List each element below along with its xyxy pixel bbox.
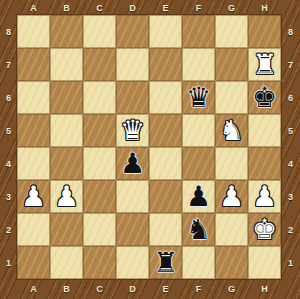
rank-label: 6 — [281, 81, 300, 114]
rank-label: 2 — [0, 213, 17, 246]
file-label: G — [215, 0, 248, 15]
square-b3[interactable]: ♟ — [50, 180, 83, 213]
rank-label: 3 — [281, 180, 300, 213]
square-h6[interactable]: ♚ — [248, 81, 281, 114]
square-c4[interactable] — [83, 147, 116, 180]
file-label: C — [83, 279, 116, 299]
square-a2[interactable] — [17, 213, 50, 246]
square-f3[interactable]: ♟ — [182, 180, 215, 213]
piece-white-queen[interactable]: ♛ — [120, 114, 145, 147]
file-label: B — [50, 0, 83, 15]
file-labels-bottom: ABCDEFGH — [17, 279, 281, 299]
square-f7[interactable] — [182, 48, 215, 81]
rank-label: 2 — [281, 213, 300, 246]
square-c6[interactable] — [83, 81, 116, 114]
square-h3[interactable]: ♟ — [248, 180, 281, 213]
rank-label: 5 — [281, 114, 300, 147]
square-g4[interactable] — [215, 147, 248, 180]
square-h7[interactable]: ♜ — [248, 48, 281, 81]
file-label: A — [17, 0, 50, 15]
square-d1[interactable] — [116, 246, 149, 279]
square-d2[interactable] — [116, 213, 149, 246]
rank-label: 6 — [0, 81, 17, 114]
square-g3[interactable]: ♟ — [215, 180, 248, 213]
square-h5[interactable] — [248, 114, 281, 147]
square-d5[interactable]: ♛ — [116, 114, 149, 147]
piece-white-pawn[interactable]: ♟ — [219, 180, 244, 213]
square-c2[interactable] — [83, 213, 116, 246]
square-d7[interactable] — [116, 48, 149, 81]
square-h8[interactable] — [248, 15, 281, 48]
piece-black-rook[interactable]: ♜ — [153, 246, 178, 279]
square-g6[interactable] — [215, 81, 248, 114]
rank-label: 5 — [0, 114, 17, 147]
square-e4[interactable] — [149, 147, 182, 180]
piece-white-rook[interactable]: ♜ — [252, 48, 277, 81]
file-label: E — [149, 279, 182, 299]
square-e1[interactable]: ♜ — [149, 246, 182, 279]
rank-labels-right: 87654321 — [281, 15, 300, 279]
square-d3[interactable] — [116, 180, 149, 213]
piece-black-knight[interactable]: ♞ — [186, 213, 211, 246]
square-c7[interactable] — [83, 48, 116, 81]
file-label: F — [182, 279, 215, 299]
square-f8[interactable] — [182, 15, 215, 48]
file-label: H — [248, 0, 281, 15]
square-g2[interactable] — [215, 213, 248, 246]
square-b4[interactable] — [50, 147, 83, 180]
rank-label: 1 — [0, 246, 17, 279]
piece-white-king[interactable]: ♚ — [252, 213, 277, 246]
file-labels-top: ABCDEFGH — [17, 0, 281, 15]
chess-board: ♜♛♚♛♞♟♟♟♟♟♟♞♚♜ — [16, 14, 282, 280]
square-f4[interactable] — [182, 147, 215, 180]
square-d6[interactable] — [116, 81, 149, 114]
square-a6[interactable] — [17, 81, 50, 114]
file-label: A — [17, 279, 50, 299]
square-e7[interactable] — [149, 48, 182, 81]
piece-white-pawn[interactable]: ♟ — [54, 180, 79, 213]
square-b5[interactable] — [50, 114, 83, 147]
square-c3[interactable] — [83, 180, 116, 213]
square-f2[interactable]: ♞ — [182, 213, 215, 246]
rank-labels-left: 87654321 — [0, 15, 17, 279]
file-label: D — [116, 0, 149, 15]
piece-black-pawn[interactable]: ♟ — [186, 180, 211, 213]
rank-label: 8 — [0, 15, 17, 48]
file-label: E — [149, 0, 182, 15]
piece-white-knight[interactable]: ♞ — [219, 114, 244, 147]
square-b8[interactable] — [50, 15, 83, 48]
square-h4[interactable] — [248, 147, 281, 180]
square-b1[interactable] — [50, 246, 83, 279]
rank-label: 3 — [0, 180, 17, 213]
rank-label: 8 — [281, 15, 300, 48]
square-a3[interactable]: ♟ — [17, 180, 50, 213]
square-e3[interactable] — [149, 180, 182, 213]
piece-white-pawn[interactable]: ♟ — [252, 180, 277, 213]
square-d4[interactable]: ♟ — [116, 147, 149, 180]
rank-label: 4 — [281, 147, 300, 180]
square-g1[interactable] — [215, 246, 248, 279]
square-b7[interactable] — [50, 48, 83, 81]
square-f1[interactable] — [182, 246, 215, 279]
piece-white-pawn[interactable]: ♟ — [21, 180, 46, 213]
square-g7[interactable] — [215, 48, 248, 81]
rank-label: 4 — [0, 147, 17, 180]
file-label: F — [182, 0, 215, 15]
file-label: C — [83, 0, 116, 15]
rank-label: 7 — [0, 48, 17, 81]
square-b2[interactable] — [50, 213, 83, 246]
square-a4[interactable] — [17, 147, 50, 180]
square-a8[interactable] — [17, 15, 50, 48]
square-f6[interactable]: ♛ — [182, 81, 215, 114]
square-a7[interactable] — [17, 48, 50, 81]
square-c5[interactable] — [83, 114, 116, 147]
square-h1[interactable] — [248, 246, 281, 279]
square-e5[interactable] — [149, 114, 182, 147]
square-e6[interactable] — [149, 81, 182, 114]
file-label: H — [248, 279, 281, 299]
square-b6[interactable] — [50, 81, 83, 114]
file-label: B — [50, 279, 83, 299]
square-e2[interactable] — [149, 213, 182, 246]
square-g5[interactable]: ♞ — [215, 114, 248, 147]
square-a1[interactable] — [17, 246, 50, 279]
file-label: D — [116, 279, 149, 299]
file-label: G — [215, 279, 248, 299]
square-a5[interactable] — [17, 114, 50, 147]
rank-label: 1 — [281, 246, 300, 279]
square-g8[interactable] — [215, 15, 248, 48]
piece-black-queen[interactable]: ♛ — [186, 81, 211, 114]
square-c8[interactable] — [83, 15, 116, 48]
piece-black-pawn[interactable]: ♟ — [120, 147, 145, 180]
square-e8[interactable] — [149, 15, 182, 48]
piece-black-king[interactable]: ♚ — [252, 81, 277, 114]
board-frame: ABCDEFGH ABCDEFGH 87654321 87654321 ♜♛♚♛… — [0, 0, 300, 299]
square-c1[interactable] — [83, 246, 116, 279]
rank-label: 7 — [281, 48, 300, 81]
square-d8[interactable] — [116, 15, 149, 48]
square-h2[interactable]: ♚ — [248, 213, 281, 246]
square-f5[interactable] — [182, 114, 215, 147]
